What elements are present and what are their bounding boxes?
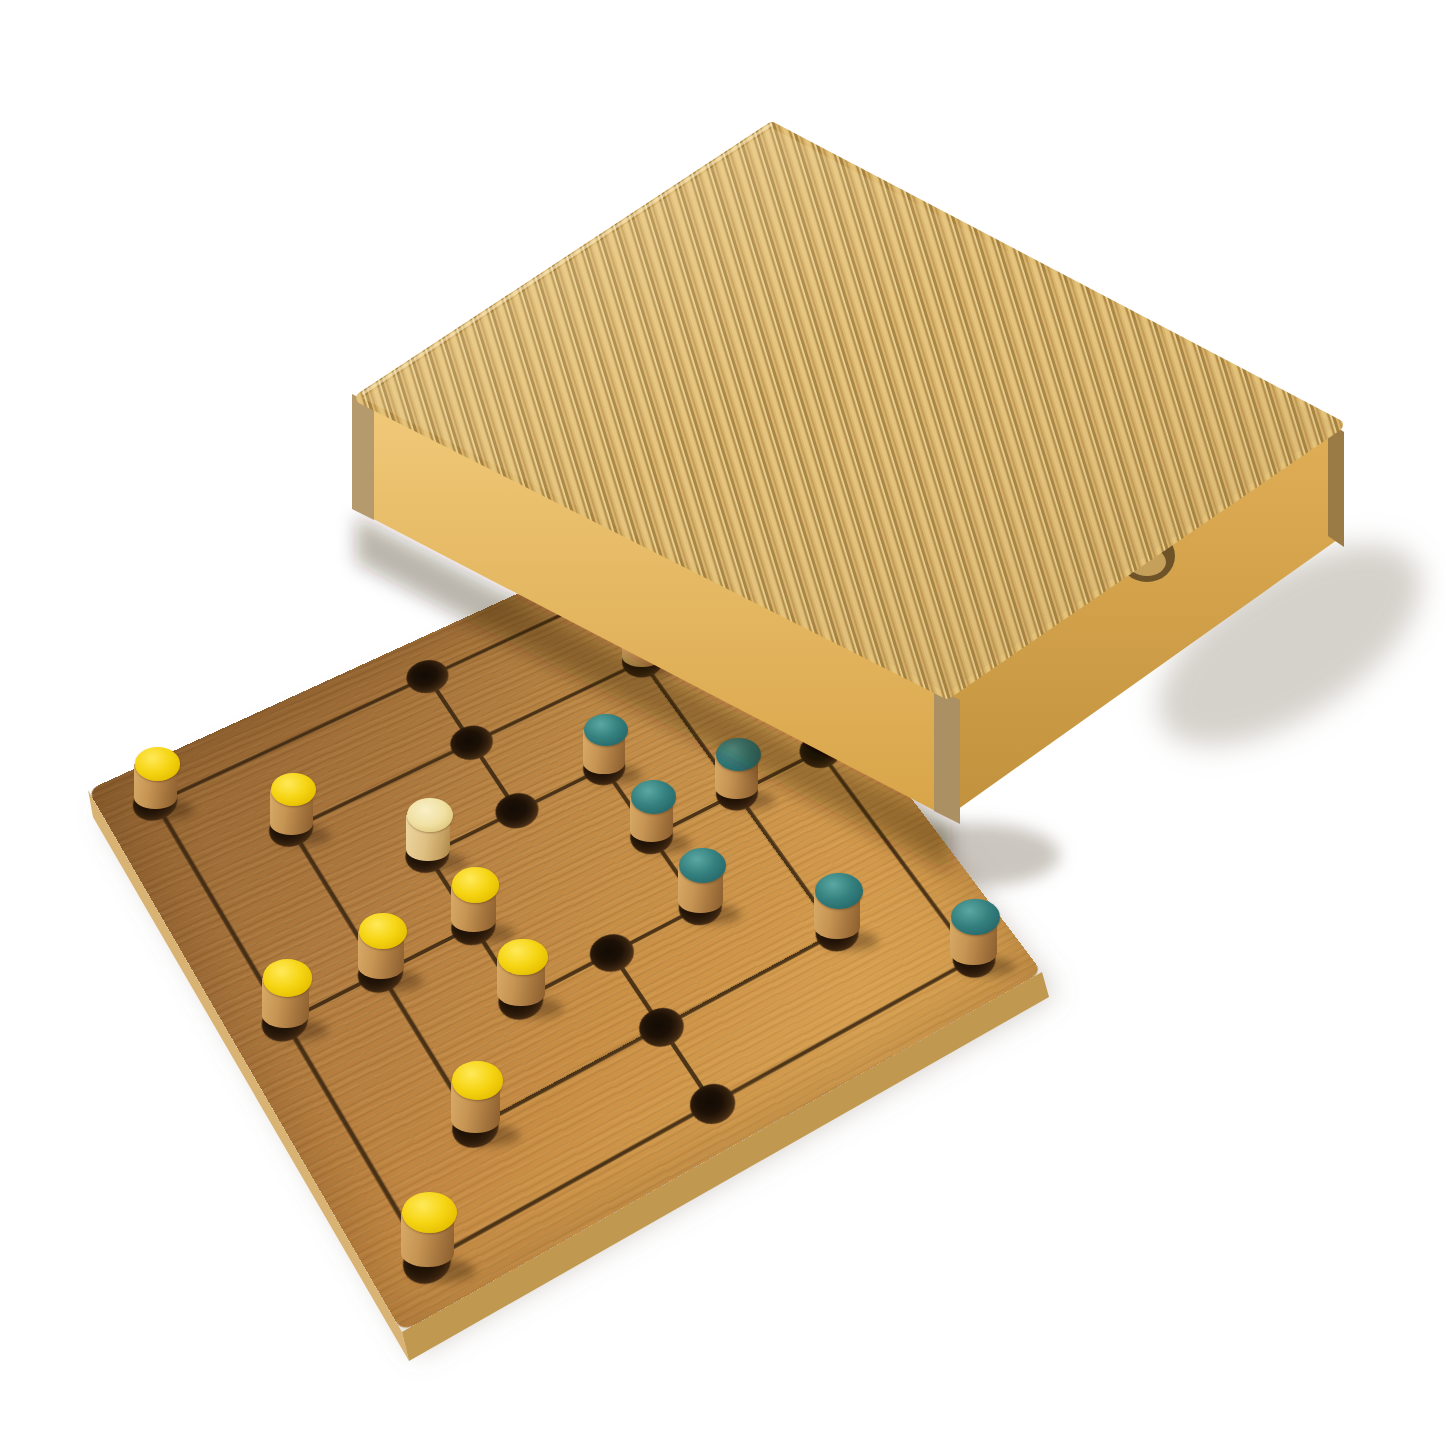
- pegs-layer: [0, 0, 1445, 1445]
- photo-scene: [0, 0, 1445, 1445]
